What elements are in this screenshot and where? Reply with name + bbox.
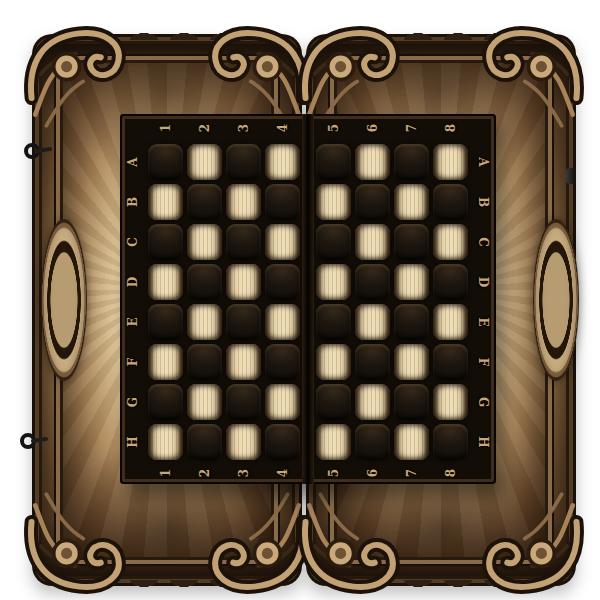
- square-D5[interactable]: [316, 264, 351, 300]
- square-F8[interactable]: [433, 344, 468, 380]
- square-E6[interactable]: [355, 304, 390, 340]
- square-D8[interactable]: [433, 264, 468, 300]
- square-F3[interactable]: [226, 344, 261, 380]
- square-E7[interactable]: [394, 304, 429, 340]
- square-E5[interactable]: [316, 304, 351, 340]
- square-C8[interactable]: [433, 224, 468, 260]
- square-A7[interactable]: [394, 144, 429, 180]
- square-E3[interactable]: [226, 304, 261, 340]
- square-A1[interactable]: [148, 144, 183, 180]
- square-F4[interactable]: [265, 344, 300, 380]
- square-H2[interactable]: [187, 424, 222, 460]
- square-A6[interactable]: [355, 144, 390, 180]
- square-A8[interactable]: [433, 144, 468, 180]
- square-G6[interactable]: [355, 384, 390, 420]
- square-B3[interactable]: [226, 184, 261, 220]
- square-D2[interactable]: [187, 264, 222, 300]
- square-F7[interactable]: [394, 344, 429, 380]
- square-E8[interactable]: [433, 304, 468, 340]
- square-F6[interactable]: [355, 344, 390, 380]
- square-B5[interactable]: [316, 184, 351, 220]
- square-D1[interactable]: [148, 264, 183, 300]
- square-B6[interactable]: [355, 184, 390, 220]
- product-photo: 12345678 12345678 ABCDEFGH ABCDEFGH: [0, 0, 600, 600]
- hinge-gap: [302, 114, 314, 484]
- left-handle-cutout: [41, 219, 87, 381]
- square-F5[interactable]: [316, 344, 351, 380]
- carved-scallop-edge: [318, 26, 564, 40]
- square-H6[interactable]: [355, 424, 390, 460]
- square-G2[interactable]: [187, 384, 222, 420]
- square-H5[interactable]: [316, 424, 351, 460]
- board-left-half: [146, 142, 302, 462]
- square-C3[interactable]: [226, 224, 261, 260]
- square-C4[interactable]: [265, 224, 300, 260]
- square-G4[interactable]: [265, 384, 300, 420]
- square-C2[interactable]: [187, 224, 222, 260]
- square-A3[interactable]: [226, 144, 261, 180]
- square-D6[interactable]: [355, 264, 390, 300]
- row-labels-left: ABCDEFGH: [120, 142, 146, 462]
- square-D3[interactable]: [226, 264, 261, 300]
- square-H8[interactable]: [433, 424, 468, 460]
- carved-scallop-edge: [44, 26, 290, 40]
- latch-catch-icon: [566, 168, 575, 184]
- right-handle-cutout: [533, 219, 579, 381]
- square-G1[interactable]: [148, 384, 183, 420]
- carved-scallop-edge: [44, 580, 290, 594]
- carved-scallop-edge: [318, 580, 564, 594]
- square-D7[interactable]: [394, 264, 429, 300]
- square-B4[interactable]: [265, 184, 300, 220]
- square-G3[interactable]: [226, 384, 261, 420]
- square-C5[interactable]: [316, 224, 351, 260]
- square-H3[interactable]: [226, 424, 261, 460]
- square-H4[interactable]: [265, 424, 300, 460]
- square-F2[interactable]: [187, 344, 222, 380]
- square-E4[interactable]: [265, 304, 300, 340]
- square-B7[interactable]: [394, 184, 429, 220]
- square-B2[interactable]: [187, 184, 222, 220]
- square-A2[interactable]: [187, 144, 222, 180]
- square-C7[interactable]: [394, 224, 429, 260]
- square-G5[interactable]: [316, 384, 351, 420]
- row-labels-right: ABCDEFGH: [470, 142, 496, 462]
- latch-hook-icon: [22, 136, 52, 166]
- board-right-half: [314, 142, 470, 462]
- latch-hook-icon: [18, 426, 48, 456]
- square-C1[interactable]: [148, 224, 183, 260]
- square-A4[interactable]: [265, 144, 300, 180]
- square-E1[interactable]: [148, 304, 183, 340]
- square-D4[interactable]: [265, 264, 300, 300]
- chessboard: 12345678 12345678 ABCDEFGH ABCDEFGH: [120, 114, 496, 484]
- square-E2[interactable]: [187, 304, 222, 340]
- square-A5[interactable]: [316, 144, 351, 180]
- square-H1[interactable]: [148, 424, 183, 460]
- square-C6[interactable]: [355, 224, 390, 260]
- square-B8[interactable]: [433, 184, 468, 220]
- square-F1[interactable]: [148, 344, 183, 380]
- square-B1[interactable]: [148, 184, 183, 220]
- square-G8[interactable]: [433, 384, 468, 420]
- square-H7[interactable]: [394, 424, 429, 460]
- square-G7[interactable]: [394, 384, 429, 420]
